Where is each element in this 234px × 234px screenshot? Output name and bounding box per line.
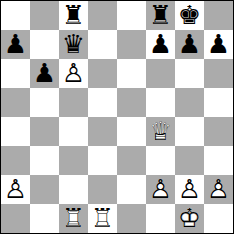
square-h7[interactable]: ♟ [204,30,233,59]
white-pawn: ♙ [1,175,30,204]
square-b6[interactable]: ♟ [30,59,59,88]
square-d3[interactable] [88,146,117,175]
square-c8[interactable]: ♜ [59,1,88,30]
square-e8[interactable] [117,1,146,30]
square-a5[interactable] [1,88,30,117]
square-g7[interactable]: ♟ [175,30,204,59]
square-b4[interactable] [30,117,59,146]
square-c5[interactable] [59,88,88,117]
square-g1[interactable]: ♚♔ [175,204,204,233]
square-a8[interactable] [1,1,30,30]
square-h6[interactable] [204,59,233,88]
square-d8[interactable] [88,1,117,30]
square-f3[interactable] [146,146,175,175]
square-a3[interactable] [1,146,30,175]
square-a4[interactable] [1,117,30,146]
square-e3[interactable] [117,146,146,175]
square-e1[interactable] [117,204,146,233]
square-c1[interactable]: ♜♖ [59,204,88,233]
square-a7[interactable]: ♟ [1,30,30,59]
black-pawn: ♟ [175,30,204,59]
square-f7[interactable]: ♟ [146,30,175,59]
white-king: ♔ [175,204,204,233]
square-h1[interactable] [204,204,233,233]
square-b2[interactable] [30,175,59,204]
square-e5[interactable] [117,88,146,117]
square-h8[interactable] [204,1,233,30]
square-d2[interactable] [88,175,117,204]
square-d6[interactable] [88,59,117,88]
white-pawn: ♙ [146,175,175,204]
square-h3[interactable] [204,146,233,175]
square-e6[interactable] [117,59,146,88]
black-rook: ♜ [59,1,88,30]
square-h4[interactable] [204,117,233,146]
black-pawn: ♟ [204,30,233,59]
black-king: ♚ [175,1,204,30]
square-g3[interactable] [175,146,204,175]
square-d4[interactable] [88,117,117,146]
white-queen: ♕ [146,117,175,146]
square-c2[interactable] [59,175,88,204]
black-pawn: ♟ [30,59,59,88]
black-rook: ♜ [146,1,175,30]
square-c3[interactable] [59,146,88,175]
square-d5[interactable] [88,88,117,117]
square-a1[interactable] [1,204,30,233]
square-b1[interactable] [30,204,59,233]
square-a6[interactable] [1,59,30,88]
white-pawn: ♙ [204,175,233,204]
square-c7[interactable]: ♛ [59,30,88,59]
square-f6[interactable] [146,59,175,88]
square-f5[interactable] [146,88,175,117]
square-e2[interactable] [117,175,146,204]
white-pawn: ♙ [175,175,204,204]
black-pawn: ♟ [1,30,30,59]
square-b8[interactable] [30,1,59,30]
square-b7[interactable] [30,30,59,59]
black-pawn: ♟ [146,30,175,59]
square-g2[interactable]: ♟♙ [175,175,204,204]
square-c4[interactable] [59,117,88,146]
square-c6[interactable]: ♟♙ [59,59,88,88]
square-a2[interactable]: ♟♙ [1,175,30,204]
square-g5[interactable] [175,88,204,117]
white-pawn: ♙ [59,59,88,88]
square-e7[interactable] [117,30,146,59]
square-h5[interactable] [204,88,233,117]
square-d1[interactable]: ♜♖ [88,204,117,233]
square-f2[interactable]: ♟♙ [146,175,175,204]
square-g8[interactable]: ♚ [175,1,204,30]
square-f8[interactable]: ♜ [146,1,175,30]
chess-board: ♜♜♚♟♛♟♟♟♟♟♙♛♕♟♙♟♙♟♙♟♙♜♖♜♖♚♔ [0,0,234,234]
white-rook: ♖ [59,204,88,233]
black-queen: ♛ [59,30,88,59]
square-f4[interactable]: ♛♕ [146,117,175,146]
square-f1[interactable] [146,204,175,233]
square-d7[interactable] [88,30,117,59]
white-rook: ♖ [88,204,117,233]
square-e4[interactable] [117,117,146,146]
square-b5[interactable] [30,88,59,117]
square-g6[interactable] [175,59,204,88]
square-g4[interactable] [175,117,204,146]
square-b3[interactable] [30,146,59,175]
square-h2[interactable]: ♟♙ [204,175,233,204]
